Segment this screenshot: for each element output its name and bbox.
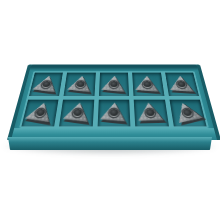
compartment [165,73,199,96]
carbide-insert [23,100,58,125]
insert-box [7,64,220,140]
compartment [169,99,207,126]
compartment-grid [19,71,209,128]
photo-caption: Overhead product photo of an open teal p… [0,0,1,1]
compartment [21,99,59,126]
insert-hole [143,80,152,87]
insert-hole [177,80,186,87]
compartment [99,73,129,96]
carbide-insert [98,101,128,124]
carbide-insert [170,100,206,126]
carbide-insert [134,74,160,94]
compartment [29,73,63,96]
compartment [97,99,130,126]
compartment [59,99,94,126]
box-back-rim [29,64,198,71]
carbide-insert [65,74,95,94]
box-front-wall [8,137,212,150]
compartment [64,73,96,96]
compartment [132,73,164,96]
product-photo: Overhead product photo of an open teal p… [0,0,220,220]
carbide-insert [168,74,196,93]
compartment [134,99,169,126]
carbide-insert [136,102,167,124]
carbide-insert [100,74,128,94]
carbide-insert [31,74,62,95]
carbide-insert [61,101,94,125]
